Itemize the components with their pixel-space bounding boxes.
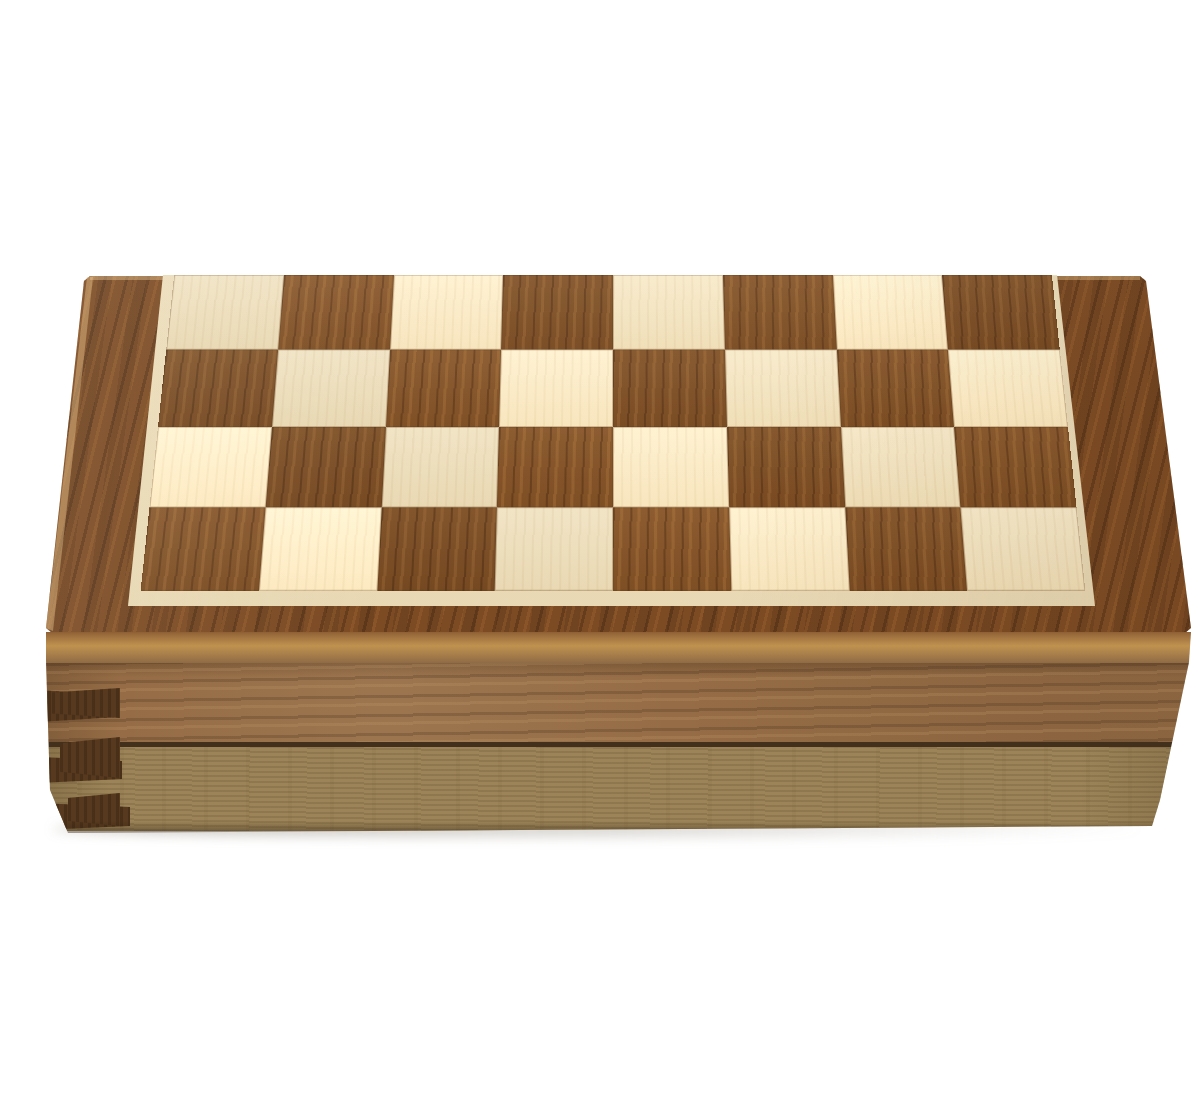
square-r3c7 [841, 427, 961, 507]
square-r1c2 [278, 275, 394, 350]
square-r4c7 [845, 507, 968, 590]
product-photo [0, 0, 1200, 1120]
square-r3c6 [727, 427, 845, 507]
square-r1c4 [501, 275, 613, 350]
square-r4c8 [961, 507, 1086, 590]
box-front-face [40, 625, 1195, 837]
square-r1c6 [723, 275, 837, 350]
square-r2c3 [386, 350, 502, 427]
square-r1c1 [166, 275, 284, 350]
square-r3c8 [954, 427, 1076, 507]
square-r1c7 [832, 275, 948, 350]
square-r2c1 [158, 350, 278, 427]
square-r2c6 [725, 350, 841, 427]
square-r4c1 [141, 507, 266, 590]
box-lower-half-side [40, 747, 1195, 831]
square-r2c7 [836, 350, 954, 427]
box-upper-half-side [40, 663, 1195, 742]
finger-joint [60, 737, 120, 778]
square-r3c3 [381, 427, 499, 507]
square-r3c5 [613, 427, 729, 507]
square-r4c3 [377, 507, 497, 590]
square-r4c6 [729, 507, 849, 590]
square-r2c5 [613, 350, 727, 427]
square-r1c5 [613, 275, 725, 350]
square-r1c3 [390, 275, 504, 350]
square-r4c4 [495, 507, 613, 590]
chessboard-grid [141, 275, 1086, 591]
square-r1c8 [942, 275, 1060, 350]
square-r3c4 [497, 427, 613, 507]
finger-joints-right [40, 625, 120, 837]
square-r3c1 [149, 427, 271, 507]
square-r2c8 [948, 350, 1068, 427]
square-r4c2 [259, 507, 382, 590]
square-r4c5 [613, 507, 731, 590]
square-r2c2 [272, 350, 390, 427]
finger-joint [52, 688, 120, 718]
square-r2c4 [499, 350, 613, 427]
square-r3c2 [265, 427, 385, 507]
